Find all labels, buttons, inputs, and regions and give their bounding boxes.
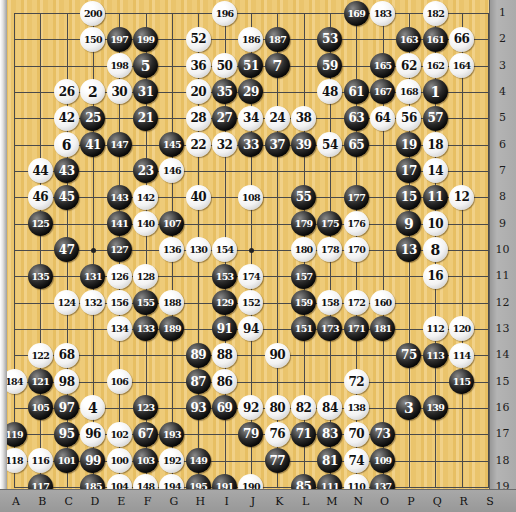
column-label-E: E — [111, 495, 131, 508]
row-label-12: 12 — [489, 296, 516, 309]
stone-20[interactable]: 20 — [186, 79, 211, 104]
stone-44[interactable]: 44 — [28, 158, 53, 183]
stone-42[interactable]: 42 — [54, 106, 79, 131]
stone-92[interactable]: 92 — [238, 395, 263, 420]
column-label-H: H — [190, 495, 210, 508]
stone-33[interactable]: 33 — [238, 132, 263, 157]
column-label-M: M — [322, 495, 342, 508]
stone-116[interactable]: 116 — [28, 448, 53, 473]
stone-61[interactable]: 61 — [344, 79, 369, 104]
stone-173[interactable]: 173 — [317, 316, 342, 341]
stone-101[interactable]: 101 — [54, 448, 79, 473]
stone-193[interactable]: 193 — [159, 422, 184, 447]
stone-74[interactable]: 74 — [344, 448, 369, 473]
stone-155[interactable]: 155 — [133, 290, 158, 315]
stone-177[interactable]: 177 — [344, 185, 369, 210]
stone-84[interactable]: 84 — [317, 395, 342, 420]
row-label-17: 17 — [489, 427, 516, 440]
stone-157[interactable]: 157 — [291, 264, 316, 289]
stone-162[interactable]: 162 — [423, 53, 448, 78]
stone-179[interactable]: 179 — [291, 211, 316, 236]
stone-94[interactable]: 94 — [238, 316, 263, 341]
stone-51[interactable]: 51 — [238, 53, 263, 78]
stone-159[interactable]: 159 — [291, 290, 316, 315]
stone-109[interactable]: 109 — [370, 448, 395, 473]
stone-175[interactable]: 175 — [317, 211, 342, 236]
stone-93[interactable]: 93 — [186, 395, 211, 420]
row-label-1: 1 — [489, 6, 516, 19]
stone-178[interactable]: 178 — [317, 237, 342, 262]
column-label-P: P — [401, 495, 421, 508]
stone-180[interactable]: 180 — [291, 237, 316, 262]
stone-165[interactable]: 165 — [370, 53, 395, 78]
column-label-J: J — [243, 495, 263, 508]
stone-139[interactable]: 139 — [423, 395, 448, 420]
stone-11[interactable]: 11 — [423, 185, 448, 210]
stone-17[interactable]: 17 — [396, 158, 421, 183]
stone-158[interactable]: 158 — [317, 290, 342, 315]
stone-188[interactable]: 188 — [159, 290, 184, 315]
stone-168[interactable]: 168 — [396, 79, 421, 104]
stone-23[interactable]: 23 — [133, 158, 158, 183]
stone-183[interactable]: 183 — [370, 1, 395, 26]
stone-50[interactable]: 50 — [212, 53, 237, 78]
stone-108[interactable]: 108 — [238, 185, 263, 210]
stone-131[interactable]: 131 — [80, 264, 105, 289]
stone-132[interactable]: 132 — [80, 290, 105, 315]
stone-65[interactable]: 65 — [344, 132, 369, 157]
stone-89[interactable]: 89 — [186, 343, 211, 368]
stone-126[interactable]: 126 — [107, 264, 132, 289]
row-label-4: 4 — [489, 85, 516, 98]
stone-73[interactable]: 73 — [370, 422, 395, 447]
stone-197[interactable]: 197 — [107, 27, 132, 52]
stone-88[interactable]: 88 — [212, 343, 237, 368]
stone-181[interactable]: 181 — [370, 316, 395, 341]
stone-29[interactable]: 29 — [238, 79, 263, 104]
stone-4[interactable]: 4 — [80, 395, 105, 420]
row-label-7: 7 — [489, 164, 516, 177]
stone-24[interactable]: 24 — [265, 106, 290, 131]
column-label-R: R — [454, 495, 474, 508]
stone-55[interactable]: 55 — [291, 185, 316, 210]
stone-161[interactable]: 161 — [423, 27, 448, 52]
stone-71[interactable]: 71 — [291, 422, 316, 447]
stone-171[interactable]: 171 — [344, 316, 369, 341]
stone-99[interactable]: 99 — [80, 448, 105, 473]
stone-142[interactable]: 142 — [133, 185, 158, 210]
stone-170[interactable]: 170 — [344, 237, 369, 262]
stone-135[interactable]: 135 — [28, 264, 53, 289]
stone-40[interactable]: 40 — [186, 185, 211, 210]
star-point — [249, 248, 254, 253]
column-label-I: I — [217, 495, 237, 508]
row-label-2: 2 — [489, 32, 516, 45]
stone-133[interactable]: 133 — [133, 316, 158, 341]
stone-22[interactable]: 22 — [186, 132, 211, 157]
stone-25[interactable]: 25 — [80, 106, 105, 131]
stone-31[interactable]: 31 — [133, 79, 158, 104]
stone-127[interactable]: 127 — [107, 237, 132, 262]
stone-128[interactable]: 128 — [133, 264, 158, 289]
stone-13[interactable]: 13 — [396, 237, 421, 262]
grid-line — [462, 13, 463, 488]
column-label-O: O — [375, 495, 395, 508]
stone-2[interactable]: 2 — [80, 79, 105, 104]
stone-1[interactable]: 1 — [423, 79, 448, 104]
stone-129[interactable]: 129 — [212, 290, 237, 315]
stone-45[interactable]: 45 — [54, 185, 79, 210]
stone-130[interactable]: 130 — [186, 237, 211, 262]
stone-67[interactable]: 67 — [133, 422, 158, 447]
stone-154[interactable]: 154 — [212, 237, 237, 262]
stone-21[interactable]: 21 — [133, 106, 158, 131]
stone-138[interactable]: 138 — [344, 395, 369, 420]
stone-7[interactable]: 7 — [265, 53, 290, 78]
star-point — [91, 248, 96, 253]
stone-52[interactable]: 52 — [186, 27, 211, 52]
stone-38[interactable]: 38 — [291, 106, 316, 131]
stone-35[interactable]: 35 — [212, 79, 237, 104]
stone-28[interactable]: 28 — [186, 106, 211, 131]
stone-169[interactable]: 169 — [344, 1, 369, 26]
stone-182[interactable]: 182 — [423, 1, 448, 26]
column-label-Q: Q — [427, 495, 447, 508]
stone-150[interactable]: 150 — [80, 27, 105, 52]
column-label-C: C — [59, 495, 79, 508]
column-label-B: B — [32, 495, 52, 508]
stone-30[interactable]: 30 — [107, 79, 132, 104]
stone-114[interactable]: 114 — [449, 343, 474, 368]
stone-121[interactable]: 121 — [28, 369, 53, 394]
stone-54[interactable]: 54 — [317, 132, 342, 157]
stone-86[interactable]: 86 — [212, 369, 237, 394]
stone-95[interactable]: 95 — [54, 422, 79, 447]
stone-64[interactable]: 64 — [370, 106, 395, 131]
stone-156[interactable]: 156 — [107, 290, 132, 315]
stone-59[interactable]: 59 — [317, 53, 342, 78]
stone-56[interactable]: 56 — [396, 106, 421, 131]
stone-174[interactable]: 174 — [238, 264, 263, 289]
stone-146[interactable]: 146 — [159, 158, 184, 183]
stone-14[interactable]: 14 — [423, 158, 448, 183]
stone-46[interactable]: 46 — [28, 185, 53, 210]
stone-48[interactable]: 48 — [317, 79, 342, 104]
row-label-10: 10 — [489, 243, 516, 256]
stone-113[interactable]: 113 — [423, 343, 448, 368]
stone-96[interactable]: 96 — [80, 422, 105, 447]
row-label-3: 3 — [489, 59, 516, 72]
stone-37[interactable]: 37 — [265, 132, 290, 157]
column-label-K: K — [269, 495, 289, 508]
row-label-18: 18 — [489, 454, 516, 467]
stone-153[interactable]: 153 — [212, 264, 237, 289]
stone-47[interactable]: 47 — [54, 237, 79, 262]
stone-176[interactable]: 176 — [344, 211, 369, 236]
stone-145[interactable]: 145 — [159, 132, 184, 157]
grid-line — [14, 382, 489, 383]
stone-81[interactable]: 81 — [317, 448, 342, 473]
stone-125[interactable]: 125 — [28, 211, 53, 236]
stone-19[interactable]: 19 — [396, 132, 421, 157]
stone-16[interactable]: 16 — [423, 264, 448, 289]
stone-26[interactable]: 26 — [54, 79, 79, 104]
stone-87[interactable]: 87 — [186, 369, 211, 394]
stone-90[interactable]: 90 — [265, 343, 290, 368]
stone-123[interactable]: 123 — [133, 395, 158, 420]
row-label-11: 11 — [489, 269, 516, 282]
stone-102[interactable]: 102 — [107, 422, 132, 447]
stone-57[interactable]: 57 — [423, 106, 448, 131]
stone-76[interactable]: 76 — [265, 422, 290, 447]
stone-149[interactable]: 149 — [186, 448, 211, 473]
stone-172[interactable]: 172 — [344, 290, 369, 315]
column-label-S: S — [480, 495, 500, 508]
go-board-diagram: 1234567891011121314151617181920212223242… — [0, 0, 516, 512]
stone-164[interactable]: 164 — [449, 53, 474, 78]
stone-80[interactable]: 80 — [265, 395, 290, 420]
column-label-F: F — [138, 495, 158, 508]
stone-15[interactable]: 15 — [396, 185, 421, 210]
stone-140[interactable]: 140 — [133, 211, 158, 236]
stone-63[interactable]: 63 — [344, 106, 369, 131]
stone-36[interactable]: 36 — [186, 53, 211, 78]
column-label-D: D — [85, 495, 105, 508]
stone-152[interactable]: 152 — [238, 290, 263, 315]
stone-186[interactable]: 186 — [238, 27, 263, 52]
stone-34[interactable]: 34 — [238, 106, 263, 131]
stone-72[interactable]: 72 — [344, 369, 369, 394]
stone-187[interactable]: 187 — [265, 27, 290, 52]
row-label-15: 15 — [489, 375, 516, 388]
row-label-16: 16 — [489, 401, 516, 414]
stone-141[interactable]: 141 — [107, 211, 132, 236]
stone-39[interactable]: 39 — [291, 132, 316, 157]
stone-5[interactable]: 5 — [133, 53, 158, 78]
column-label-A: A — [6, 495, 26, 508]
stone-91[interactable]: 91 — [212, 316, 237, 341]
stone-122[interactable]: 122 — [28, 343, 53, 368]
stone-43[interactable]: 43 — [54, 158, 79, 183]
stone-9[interactable]: 9 — [396, 211, 421, 236]
stone-106[interactable]: 106 — [107, 369, 132, 394]
stone-82[interactable]: 82 — [291, 395, 316, 420]
stone-32[interactable]: 32 — [212, 132, 237, 157]
row-label-5: 5 — [489, 111, 516, 124]
stone-27[interactable]: 27 — [212, 106, 237, 131]
stone-62[interactable]: 62 — [396, 53, 421, 78]
stone-112[interactable]: 112 — [423, 316, 448, 341]
stone-103[interactable]: 103 — [133, 448, 158, 473]
stone-151[interactable]: 151 — [291, 316, 316, 341]
stone-160[interactable]: 160 — [370, 290, 395, 315]
stone-8[interactable]: 8 — [423, 237, 448, 262]
stone-77[interactable]: 77 — [265, 448, 290, 473]
stone-198[interactable]: 198 — [107, 53, 132, 78]
window-edge-strip — [0, 0, 7, 512]
stone-3[interactable]: 3 — [396, 395, 421, 420]
stone-189[interactable]: 189 — [159, 316, 184, 341]
stone-97[interactable]: 97 — [54, 395, 79, 420]
stone-10[interactable]: 10 — [423, 211, 448, 236]
column-label-G: G — [164, 495, 184, 508]
stone-98[interactable]: 98 — [54, 369, 79, 394]
column-label-N: N — [348, 495, 368, 508]
stone-12[interactable]: 12 — [449, 185, 474, 210]
stone-147[interactable]: 147 — [107, 132, 132, 157]
stone-41[interactable]: 41 — [80, 132, 105, 157]
stone-167[interactable]: 167 — [370, 79, 395, 104]
stone-163[interactable]: 163 — [396, 27, 421, 52]
stone-143[interactable]: 143 — [107, 185, 132, 210]
stone-79[interactable]: 79 — [238, 422, 263, 447]
stone-120[interactable]: 120 — [449, 316, 474, 341]
stone-192[interactable]: 192 — [159, 448, 184, 473]
stone-70[interactable]: 70 — [344, 422, 369, 447]
stone-124[interactable]: 124 — [54, 290, 79, 315]
row-label-9: 9 — [489, 217, 516, 230]
stone-199[interactable]: 199 — [133, 27, 158, 52]
stone-6[interactable]: 6 — [54, 132, 79, 157]
stone-196[interactable]: 196 — [212, 1, 237, 26]
stone-107[interactable]: 107 — [159, 211, 184, 236]
row-label-13: 13 — [489, 322, 516, 335]
row-label-8: 8 — [489, 190, 516, 203]
stone-115[interactable]: 115 — [449, 369, 474, 394]
stone-53[interactable]: 53 — [317, 27, 342, 52]
stone-18[interactable]: 18 — [423, 132, 448, 157]
stone-75[interactable]: 75 — [396, 343, 421, 368]
stone-100[interactable]: 100 — [107, 448, 132, 473]
stone-66[interactable]: 66 — [449, 27, 474, 52]
stone-134[interactable]: 134 — [107, 316, 132, 341]
stone-200[interactable]: 200 — [80, 1, 105, 26]
stone-83[interactable]: 83 — [317, 422, 342, 447]
stone-136[interactable]: 136 — [159, 237, 184, 262]
column-label-L: L — [296, 495, 316, 508]
stone-105[interactable]: 105 — [28, 395, 53, 420]
stone-69[interactable]: 69 — [212, 395, 237, 420]
row-label-6: 6 — [489, 138, 516, 151]
stone-68[interactable]: 68 — [54, 343, 79, 368]
row-label-14: 14 — [489, 348, 516, 361]
